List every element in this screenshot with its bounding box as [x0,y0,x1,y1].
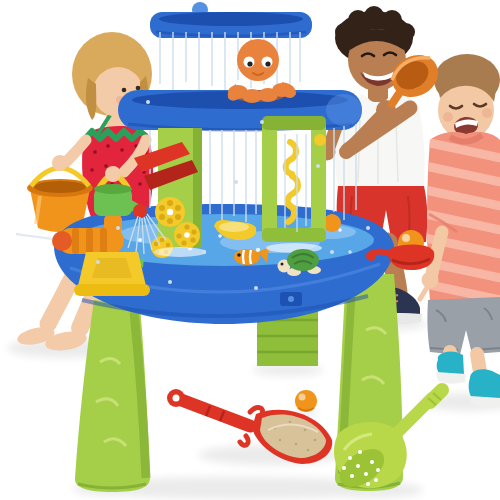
yellow-gear-1 [155,197,185,227]
boy-younger-shorts [427,297,500,355]
girl-eye-left [122,88,127,93]
product-photo [0,0,500,500]
top-tier-inner [159,12,303,26]
girl-hair-lock-left [86,78,96,120]
boy-younger-leg-right [477,354,480,372]
boy-younger [415,54,500,407]
scene-canvas [0,0,500,500]
boy-younger-blush-right [482,108,492,118]
tower-yellow-wheel [314,134,326,146]
loose-orange-ball [295,390,317,412]
girl-hand-left [105,166,121,182]
boy-younger-shoe-right [469,369,500,406]
boy-younger-finger [420,286,428,299]
boy-younger-shoe-left [436,351,466,383]
right-tower [262,116,326,253]
second-tier-endcap [326,94,362,126]
boy-younger-blush-left [443,112,453,122]
can-rim [94,184,132,194]
girl-hand-right [52,155,68,171]
yellow-gear-2 [174,222,200,248]
can-sprinkler-head [133,204,147,218]
girl-eye-right [136,86,141,91]
basin-latch [280,292,302,306]
rain-streams-top [160,32,300,92]
boy-older-neck [368,86,388,102]
